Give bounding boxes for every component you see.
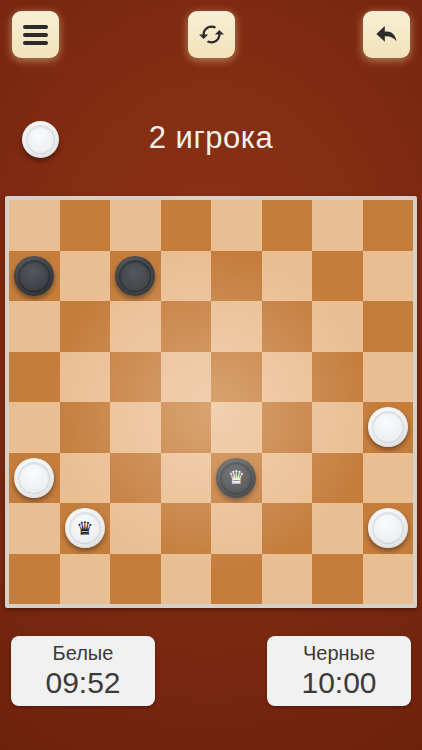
square-e7[interactable] <box>211 251 262 302</box>
square-h4[interactable] <box>363 402 414 453</box>
square-e6 <box>211 301 262 352</box>
square-d6[interactable] <box>161 301 212 352</box>
restart-button[interactable] <box>188 11 235 58</box>
square-f6[interactable] <box>262 301 313 352</box>
square-a3[interactable] <box>9 453 60 504</box>
black-timer: Черные 10:00 <box>267 636 411 706</box>
piece-white-man[interactable] <box>368 407 408 447</box>
square-f4[interactable] <box>262 402 313 453</box>
white-timer-label: Белые <box>53 642 114 665</box>
square-b1 <box>60 554 111 605</box>
square-a8 <box>9 200 60 251</box>
square-b5 <box>60 352 111 403</box>
square-h1 <box>363 554 414 605</box>
square-h7 <box>363 251 414 302</box>
square-d8[interactable] <box>161 200 212 251</box>
square-e4 <box>211 402 262 453</box>
white-timer-time: 09:52 <box>45 666 120 700</box>
board: ♛♛ <box>9 200 413 604</box>
hamburger-icon <box>23 25 48 45</box>
square-b6[interactable] <box>60 301 111 352</box>
square-g8 <box>312 200 363 251</box>
square-c6 <box>110 301 161 352</box>
square-f1 <box>262 554 313 605</box>
square-h8[interactable] <box>363 200 414 251</box>
square-f3 <box>262 453 313 504</box>
square-e2 <box>211 503 262 554</box>
page-title: 2 игрока <box>0 120 422 156</box>
square-g6 <box>312 301 363 352</box>
square-d2[interactable] <box>161 503 212 554</box>
timers: Белые 09:52 Черные 10:00 <box>0 636 422 706</box>
undo-arrow-icon <box>373 21 400 48</box>
square-a7[interactable] <box>9 251 60 302</box>
square-h6[interactable] <box>363 301 414 352</box>
square-h5 <box>363 352 414 403</box>
toolbar <box>0 11 422 58</box>
black-timer-time: 10:00 <box>301 666 376 700</box>
square-e1[interactable] <box>211 554 262 605</box>
square-b3 <box>60 453 111 504</box>
square-a4 <box>9 402 60 453</box>
square-g4 <box>312 402 363 453</box>
black-timer-label: Черные <box>303 642 375 665</box>
square-h3 <box>363 453 414 504</box>
square-a6 <box>9 301 60 352</box>
square-c2 <box>110 503 161 554</box>
square-d3 <box>161 453 212 504</box>
square-d4[interactable] <box>161 402 212 453</box>
square-e5[interactable] <box>211 352 262 403</box>
square-b4[interactable] <box>60 402 111 453</box>
square-g1[interactable] <box>312 554 363 605</box>
piece-black-king[interactable]: ♛ <box>216 458 256 498</box>
square-b8[interactable] <box>60 200 111 251</box>
square-d1 <box>161 554 212 605</box>
square-h2[interactable] <box>363 503 414 554</box>
square-d7 <box>161 251 212 302</box>
square-c5[interactable] <box>110 352 161 403</box>
square-a5[interactable] <box>9 352 60 403</box>
square-b2[interactable]: ♛ <box>60 503 111 554</box>
square-d5 <box>161 352 212 403</box>
square-e3[interactable]: ♛ <box>211 453 262 504</box>
square-c1[interactable] <box>110 554 161 605</box>
square-c7[interactable] <box>110 251 161 302</box>
king-crown-icon: ♛ <box>228 468 245 487</box>
square-f5 <box>262 352 313 403</box>
square-g2 <box>312 503 363 554</box>
piece-black-man[interactable] <box>115 256 155 296</box>
white-timer: Белые 09:52 <box>11 636 155 706</box>
piece-white-king[interactable]: ♛ <box>65 508 105 548</box>
square-g3[interactable] <box>312 453 363 504</box>
square-g7[interactable] <box>312 251 363 302</box>
piece-white-man[interactable] <box>368 508 408 548</box>
square-f2[interactable] <box>262 503 313 554</box>
square-a1[interactable] <box>9 554 60 605</box>
square-g5[interactable] <box>312 352 363 403</box>
square-c3[interactable] <box>110 453 161 504</box>
board-frame: ♛♛ <box>5 196 417 608</box>
square-f8[interactable] <box>262 200 313 251</box>
piece-white-man[interactable] <box>14 458 54 498</box>
king-crown-icon: ♛ <box>76 519 93 538</box>
square-c4 <box>110 402 161 453</box>
menu-button[interactable] <box>12 11 59 58</box>
piece-black-man[interactable] <box>14 256 54 296</box>
square-c8 <box>110 200 161 251</box>
refresh-icon <box>198 21 225 48</box>
square-b7 <box>60 251 111 302</box>
square-a2 <box>9 503 60 554</box>
back-button[interactable] <box>363 11 410 58</box>
square-e8 <box>211 200 262 251</box>
square-f7 <box>262 251 313 302</box>
